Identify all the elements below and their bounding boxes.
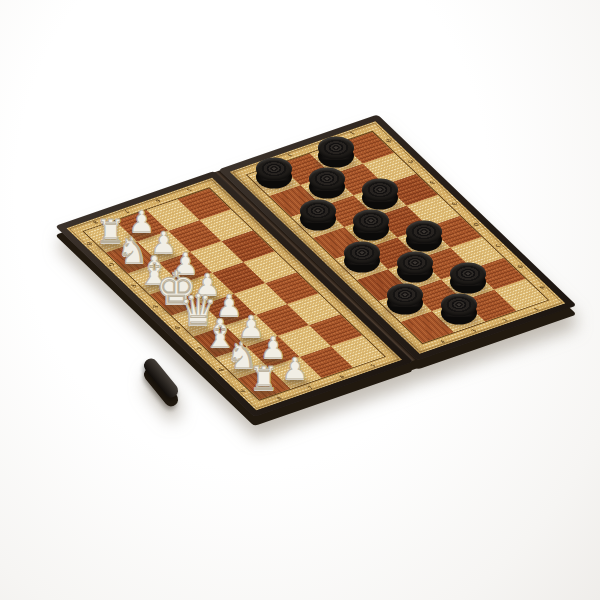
black-checker-b2[interactable] xyxy=(450,262,486,293)
white-pawn-a7[interactable]: ♟ xyxy=(282,354,309,384)
checker-top-face xyxy=(256,158,292,181)
black-checker-c3[interactable] xyxy=(397,252,433,283)
checker-top-face xyxy=(397,252,433,275)
black-checker-f2[interactable] xyxy=(362,178,398,209)
checker-top-face xyxy=(387,284,423,307)
product-photo-scene: 88776655HGFEDCBA 44332211HGFEDCBA ♟♜♟♞♟♝… xyxy=(0,0,600,600)
black-checker-b4[interactable] xyxy=(387,284,423,315)
checker-top-face xyxy=(441,294,477,317)
black-checker-h2[interactable] xyxy=(318,136,354,167)
checker-top-face xyxy=(309,168,345,191)
checker-top-face xyxy=(300,200,336,223)
rook-glyph: ♜ xyxy=(249,362,279,395)
checker-top-face xyxy=(353,210,389,233)
black-checker-e3[interactable] xyxy=(353,210,389,241)
black-checker-d4[interactable] xyxy=(344,242,380,273)
checker-top-face xyxy=(362,178,398,201)
checker-top-face xyxy=(450,262,486,285)
black-checker-h4[interactable] xyxy=(256,158,292,189)
pieces-layer: ♟♜♟♞♟♝♟♚♟♛♟♝♟♞♟♜ xyxy=(0,0,600,600)
pawn-glyph: ♟ xyxy=(282,354,309,384)
checker-top-face xyxy=(344,242,380,265)
checker-top-face xyxy=(318,136,354,159)
checker-top-face xyxy=(406,220,442,243)
black-checker-a3[interactable] xyxy=(441,294,477,325)
black-checker-f4[interactable] xyxy=(300,200,336,231)
black-checker-g3[interactable] xyxy=(309,168,345,199)
white-rook-a8[interactable]: ♜ xyxy=(249,362,279,395)
black-checker-d2[interactable] xyxy=(406,220,442,251)
